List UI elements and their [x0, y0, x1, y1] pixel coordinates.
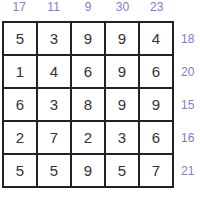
grid-cell[interactable]: 1 [4, 56, 36, 87]
grid-cell[interactable]: 2 [72, 122, 104, 153]
grid-cell[interactable]: 5 [4, 23, 36, 54]
column-clue: 17 [2, 0, 36, 20]
grid-cell[interactable]: 9 [106, 89, 138, 120]
column-clues-row: 17 11 9 30 23 [2, 0, 174, 20]
grid-cell[interactable]: 6 [140, 122, 172, 153]
grid-cell[interactable]: 9 [140, 89, 172, 120]
grid-cell[interactable]: 9 [106, 56, 138, 87]
column-clue: 23 [140, 0, 174, 20]
grid-cell[interactable]: 3 [38, 23, 70, 54]
row-clue: 15 [181, 89, 194, 120]
grid-cell[interactable]: 7 [140, 155, 172, 186]
grid-cell[interactable]: 5 [106, 155, 138, 186]
grid-cell[interactable]: 4 [140, 23, 172, 54]
grid-cell[interactable]: 6 [4, 89, 36, 120]
grid-cell[interactable]: 9 [72, 23, 104, 54]
grid-cell[interactable]: 5 [4, 155, 36, 186]
column-clue: 11 [36, 0, 70, 20]
grid-cell[interactable]: 9 [106, 23, 138, 54]
grid-cell[interactable]: 3 [38, 89, 70, 120]
column-clue: 9 [71, 0, 105, 20]
grid-cell[interactable]: 6 [140, 56, 172, 87]
grid-cell[interactable]: 8 [72, 89, 104, 120]
row-clue: 21 [181, 155, 194, 186]
grid-cell[interactable]: 4 [38, 56, 70, 87]
grid-cell[interactable]: 7 [38, 122, 70, 153]
grid-cell[interactable]: 2 [4, 122, 36, 153]
row-clues-column: 18 20 15 16 21 [181, 21, 194, 186]
grid-cell[interactable]: 3 [106, 122, 138, 153]
row-clue: 18 [181, 23, 194, 54]
row-clue: 16 [181, 122, 194, 153]
column-clue: 30 [105, 0, 139, 20]
puzzle-board: 5 3 9 9 4 1 4 6 9 6 6 3 8 9 9 2 7 2 3 6 … [2, 21, 174, 188]
puzzle-page: 17 11 9 30 23 5 3 9 9 4 1 4 6 9 6 6 3 8 … [0, 0, 200, 200]
row-clue: 20 [181, 56, 194, 87]
grid-cell[interactable]: 6 [72, 56, 104, 87]
grid-cell[interactable]: 9 [72, 155, 104, 186]
grid-cell[interactable]: 5 [38, 155, 70, 186]
